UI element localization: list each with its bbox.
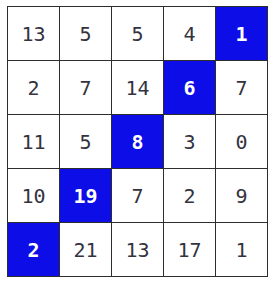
grid-cell-r3c4[interactable]: 9 [216, 169, 268, 223]
grid-cell-r2c1[interactable]: 5 [60, 115, 112, 169]
grid-cell-r2c3[interactable]: 3 [164, 115, 216, 169]
grid-cell-r1c0[interactable]: 2 [8, 61, 60, 115]
grid-cell-r1c2[interactable]: 14 [112, 61, 164, 115]
grid-cell-r2c4[interactable]: 0 [216, 115, 268, 169]
grid-cell-r0c1[interactable]: 5 [60, 7, 112, 61]
grid-cell-r3c1[interactable]: 19 [60, 169, 112, 223]
grid-cell-r0c2[interactable]: 5 [112, 7, 164, 61]
grid-cell-r3c2[interactable]: 7 [112, 169, 164, 223]
grid-cell-r4c2[interactable]: 13 [112, 223, 164, 277]
grid-cell-r3c0[interactable]: 10 [8, 169, 60, 223]
grid-row-0: 135541 [8, 7, 268, 61]
grid-row-1: 271467 [8, 61, 268, 115]
grid-cell-r1c4[interactable]: 7 [216, 61, 268, 115]
puzzle-grid: 135541271467115830101972922113171 [7, 6, 268, 277]
grid-cell-r2c2[interactable]: 8 [112, 115, 164, 169]
grid-row-3: 1019729 [8, 169, 268, 223]
grid-cell-r0c3[interactable]: 4 [164, 7, 216, 61]
grid-row-4: 22113171 [8, 223, 268, 277]
grid-cell-r3c3[interactable]: 2 [164, 169, 216, 223]
grid-cell-r1c1[interactable]: 7 [60, 61, 112, 115]
puzzle-board-container: 135541271467115830101972922113171 [0, 0, 278, 283]
grid-cell-r4c4[interactable]: 1 [216, 223, 268, 277]
grid-row-2: 115830 [8, 115, 268, 169]
grid-cell-r0c4[interactable]: 1 [216, 7, 268, 61]
grid-cell-r4c3[interactable]: 17 [164, 223, 216, 277]
grid-cell-r2c0[interactable]: 11 [8, 115, 60, 169]
grid-cell-r0c0[interactable]: 13 [8, 7, 60, 61]
grid-cell-r4c0[interactable]: 2 [8, 223, 60, 277]
grid-cell-r4c1[interactable]: 21 [60, 223, 112, 277]
grid-cell-r1c3[interactable]: 6 [164, 61, 216, 115]
